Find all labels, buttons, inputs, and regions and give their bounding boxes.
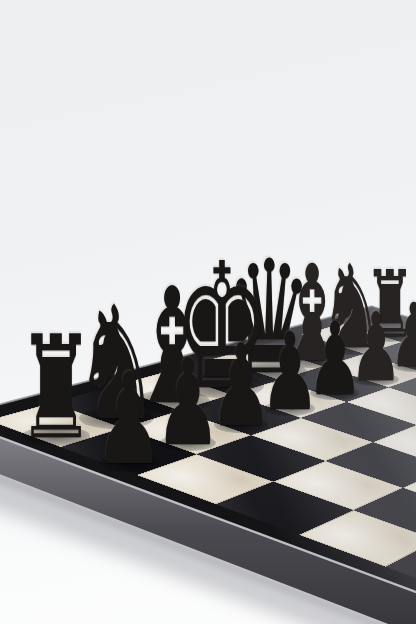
piece-black-rook-h8[interactable]: ♜ — [17, 317, 96, 459]
photo-scene: ♜♞♟♝♟♛♟♚♟♝♟♞♟♜♟♟ — [0, 0, 416, 624]
pieces-layer: ♜♞♟♝♟♛♟♚♟♝♟♞♟♜♟♟ — [0, 0, 416, 624]
piece-black-pawn-g7[interactable]: ♟ — [154, 343, 221, 463]
piece-black-pawn-h7[interactable]: ♟ — [94, 357, 164, 483]
